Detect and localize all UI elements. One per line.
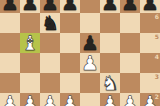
square-g6[interactable] [120, 13, 140, 33]
white-knight[interactable]: ♞ [100, 73, 120, 93]
square-b7[interactable]: ♟ [20, 0, 40, 13]
square-d7[interactable]: ♟ [60, 0, 80, 13]
square-b4[interactable] [20, 53, 40, 73]
white-pawn[interactable]: ♟ [100, 93, 120, 106]
square-g4[interactable] [120, 53, 140, 73]
black-knight[interactable]: ♞ [40, 13, 60, 33]
square-b5[interactable]: ♝ [20, 33, 40, 53]
square-f5[interactable] [100, 33, 120, 53]
white-pawn[interactable]: ♟ [0, 93, 20, 106]
square-g5[interactable] [120, 33, 140, 53]
square-a5[interactable] [0, 33, 20, 53]
black-pawn[interactable]: ♟ [80, 33, 100, 53]
square-b2[interactable]: ♟ [20, 93, 40, 106]
white-pawn[interactable]: ♟ [60, 93, 80, 106]
square-h3[interactable]: 3 [140, 73, 160, 93]
white-pawn[interactable]: ♟ [120, 93, 140, 106]
square-h6[interactable]: 6 [140, 13, 160, 33]
square-c3[interactable] [40, 73, 60, 93]
square-h7[interactable]: ♟ [140, 0, 160, 13]
white-pawn[interactable]: ♟ [20, 93, 40, 106]
black-pawn[interactable]: ♟ [140, 0, 160, 13]
black-pawn[interactable]: ♟ [20, 0, 40, 13]
square-f6[interactable] [100, 13, 120, 33]
chess-board[interactable]: ♟♟♟♟♟♟♟♞6♝♟5♟4♞3♟♟♟♟♟♟2♟ [0, 0, 160, 106]
square-b3[interactable] [20, 73, 40, 93]
square-e4[interactable]: ♟ [80, 53, 100, 73]
square-c6[interactable]: ♞ [40, 13, 60, 33]
square-g2[interactable]: ♟ [120, 93, 140, 106]
square-d2[interactable]: ♟ [60, 93, 80, 106]
square-d6[interactable] [60, 13, 80, 33]
white-pawn[interactable]: ♟ [40, 93, 60, 106]
rank-label-5: 5 [155, 33, 159, 40]
chess-board-viewport: ♟♟♟♟♟♟♟♞6♝♟5♟4♞3♟♟♟♟♟♟2♟ [0, 0, 160, 106]
square-a6[interactable] [0, 13, 20, 33]
rank-label-3: 3 [155, 73, 159, 80]
square-f7[interactable]: ♟ [100, 0, 120, 13]
square-c5[interactable] [40, 33, 60, 53]
square-e5[interactable]: ♟ [80, 33, 100, 53]
square-a7[interactable]: ♟ [0, 0, 20, 13]
square-c4[interactable] [40, 53, 60, 73]
white-pawn[interactable]: ♟ [80, 53, 100, 73]
square-c2[interactable]: ♟ [40, 93, 60, 106]
square-e2[interactable] [80, 93, 100, 106]
square-b6[interactable] [20, 13, 40, 33]
square-h5[interactable]: 5 [140, 33, 160, 53]
square-f4[interactable] [100, 53, 120, 73]
square-a4[interactable] [0, 53, 20, 73]
square-e7[interactable] [80, 0, 100, 13]
square-e6[interactable] [80, 13, 100, 33]
black-pawn[interactable]: ♟ [60, 0, 80, 13]
square-f2[interactable]: ♟ [100, 93, 120, 106]
square-f3[interactable]: ♞ [100, 73, 120, 93]
black-pawn[interactable]: ♟ [0, 0, 20, 13]
square-a3[interactable] [0, 73, 20, 93]
black-pawn[interactable]: ♟ [100, 0, 120, 13]
square-d5[interactable] [60, 33, 80, 53]
square-e3[interactable] [80, 73, 100, 93]
square-g3[interactable] [120, 73, 140, 93]
square-d4[interactable] [60, 53, 80, 73]
black-pawn[interactable]: ♟ [120, 0, 140, 13]
square-h4[interactable]: 4 [140, 53, 160, 73]
white-bishop[interactable]: ♝ [20, 33, 40, 53]
square-h2[interactable]: 2♟ [140, 93, 160, 106]
square-g7[interactable]: ♟ [120, 0, 140, 13]
white-pawn[interactable]: ♟ [140, 93, 160, 106]
rank-label-6: 6 [155, 13, 159, 20]
rank-label-4: 4 [155, 53, 159, 60]
square-d3[interactable] [60, 73, 80, 93]
square-a2[interactable]: ♟ [0, 93, 20, 106]
